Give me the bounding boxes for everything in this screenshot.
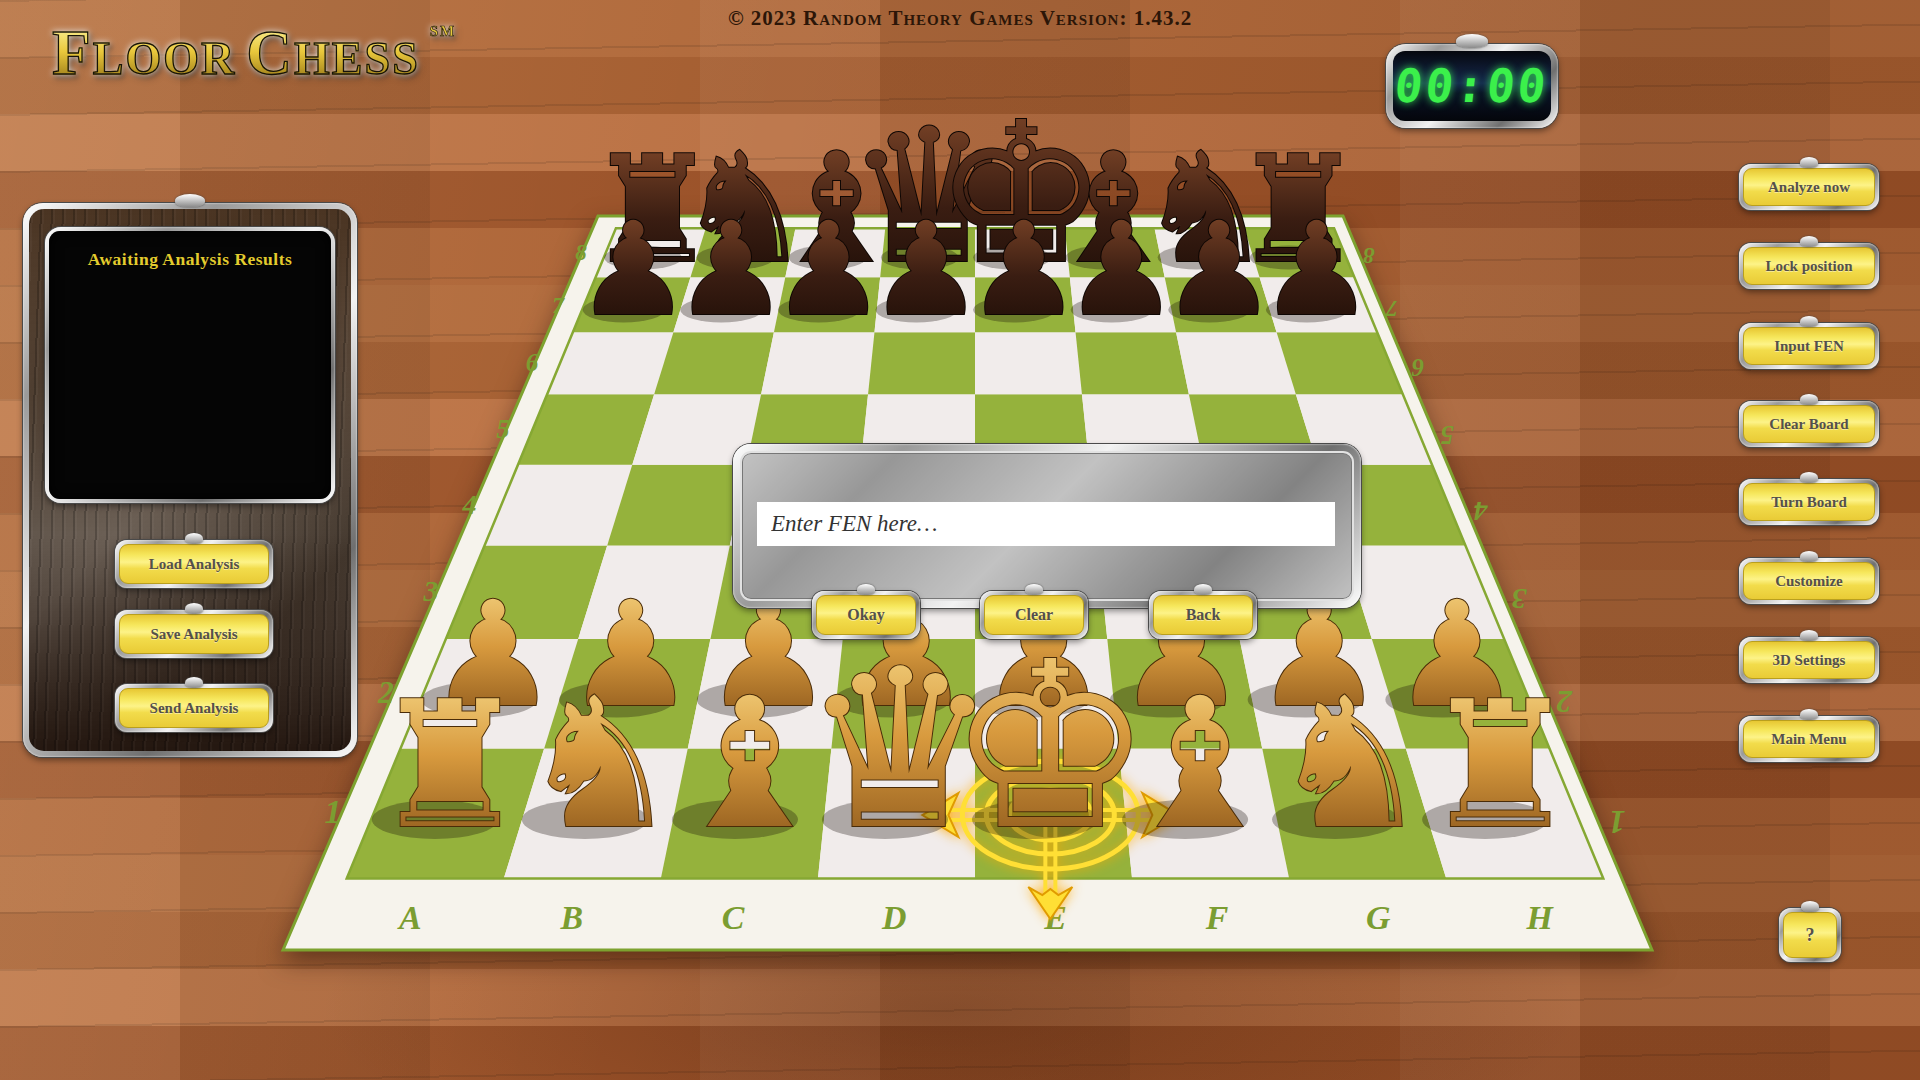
file-label-D: D <box>881 899 906 936</box>
piece-white-rook-a1[interactable]: ♜ <box>371 664 528 867</box>
rank-label-left-6: 6 <box>526 349 539 376</box>
clear-button[interactable]: Clear <box>980 591 1088 639</box>
rank-label-right-5: 5 <box>1441 420 1454 450</box>
back-button-label: Back <box>1153 595 1253 635</box>
fen-input[interactable] <box>757 502 1335 546</box>
back-button[interactable]: Back <box>1149 591 1257 639</box>
rank-label-right-1: 1 <box>1609 804 1626 841</box>
piece-white-knight-g1[interactable]: ♞ <box>1269 659 1430 868</box>
file-label-B: B <box>559 899 583 936</box>
file-label-G: G <box>1366 899 1391 936</box>
file-label-F: F <box>1205 899 1229 936</box>
rank-label-left-5: 5 <box>496 414 509 444</box>
file-label-C: C <box>722 899 745 936</box>
rank-label-left-4: 4 <box>461 489 476 520</box>
clear-button-label: Clear <box>984 595 1084 635</box>
app-window: © 2023 Random Theory Games Version: 1.43… <box>0 0 1920 1080</box>
rank-label-right-6: 6 <box>1411 354 1424 381</box>
rank-label-right-4: 4 <box>1474 496 1489 527</box>
okay-button-label: Okay <box>816 595 916 635</box>
rank-label-left-7: 7 <box>552 292 565 318</box>
rank-label-right-7: 7 <box>1385 296 1398 322</box>
piece-white-rook-h1[interactable]: ♜ <box>1422 664 1579 867</box>
rank-label-left-1: 1 <box>324 793 341 830</box>
piece-black-pawn-h7[interactable]: ♟ <box>1259 194 1375 344</box>
file-label-H: H <box>1525 899 1554 936</box>
okay-button[interactable]: Okay <box>812 591 920 639</box>
fen-dialog: OkayClearBack <box>733 444 1361 608</box>
file-label-A: A <box>397 899 422 936</box>
piece-white-bishop-f1[interactable]: ♝ <box>1119 659 1280 868</box>
piece-white-knight-b1[interactable]: ♞ <box>519 659 680 868</box>
